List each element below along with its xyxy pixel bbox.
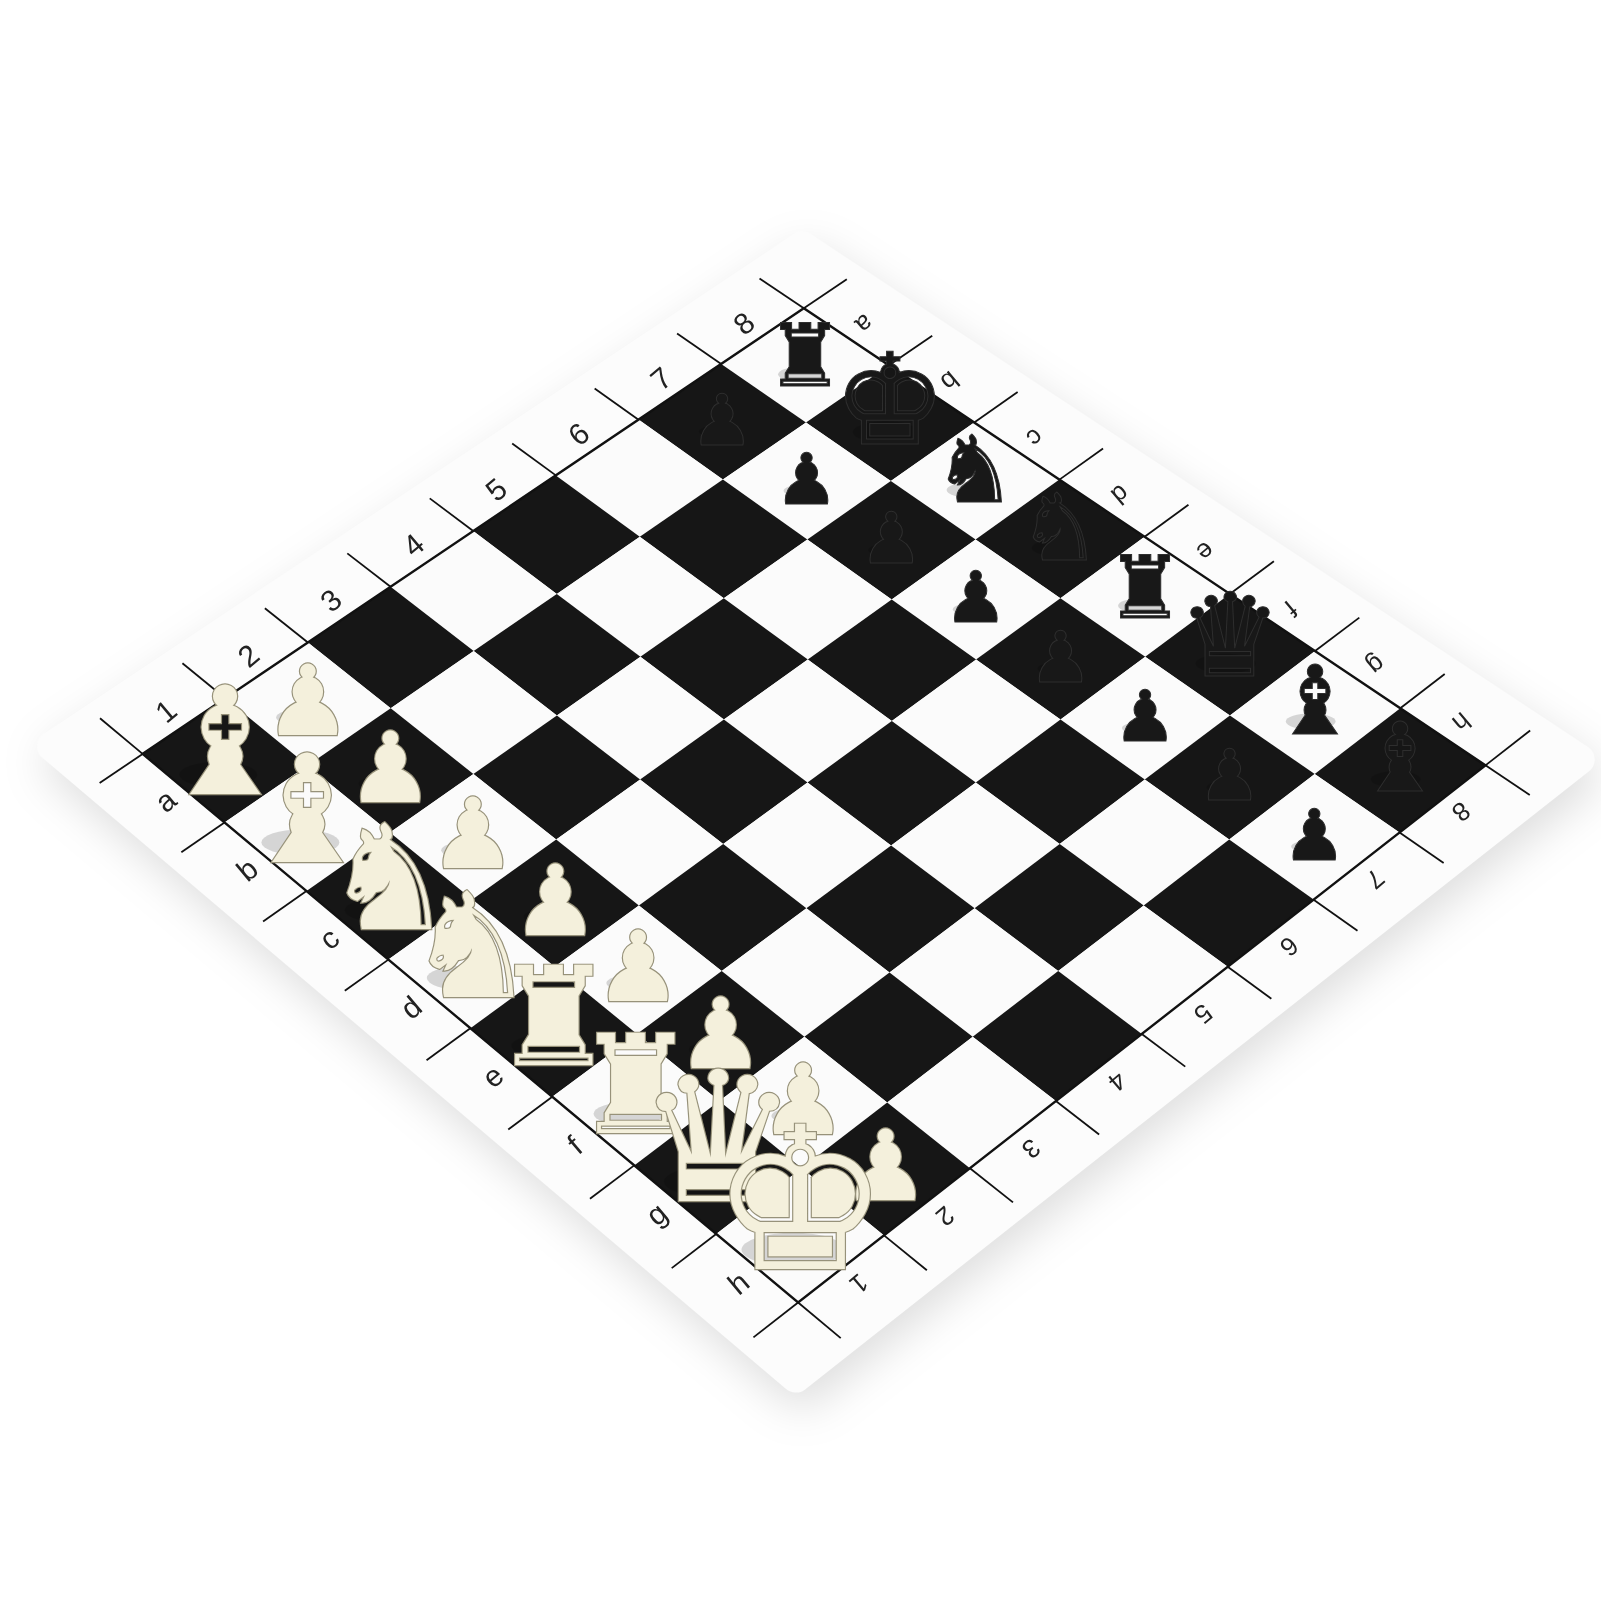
- black-pawn[interactable]: ♟: [690, 379, 754, 462]
- white-king[interactable]: ♚: [711, 1084, 889, 1316]
- black-knight[interactable]: ♞: [933, 416, 1016, 524]
- black-queen[interactable]: ♛: [1178, 568, 1282, 703]
- chessboard-photo: 1122334455667788aabbccddeeffgghh♜♟♚♞♟♞♟♜…: [0, 0, 1601, 1601]
- chess-board: 1122334455667788aabbccddeeffgghh♜♟♚♞♟♞♟♜…: [0, 0, 1601, 1601]
- black-pawn[interactable]: ♟: [1113, 675, 1177, 758]
- black-bishop[interactable]: ♝: [1272, 645, 1358, 757]
- black-pawn[interactable]: ♟: [775, 438, 839, 521]
- black-rook[interactable]: ♜: [1106, 537, 1184, 639]
- black-bishop[interactable]: ♝: [1357, 702, 1443, 814]
- black-pawn[interactable]: ♟: [1198, 734, 1262, 817]
- black-pawn[interactable]: ♟: [859, 497, 923, 580]
- black-knight[interactable]: ♞: [1018, 474, 1101, 582]
- black-king[interactable]: ♚: [833, 326, 947, 474]
- black-pawn[interactable]: ♟: [1029, 616, 1093, 699]
- black-pawn[interactable]: ♟: [944, 556, 1008, 639]
- black-pawn[interactable]: ♟: [1282, 794, 1346, 877]
